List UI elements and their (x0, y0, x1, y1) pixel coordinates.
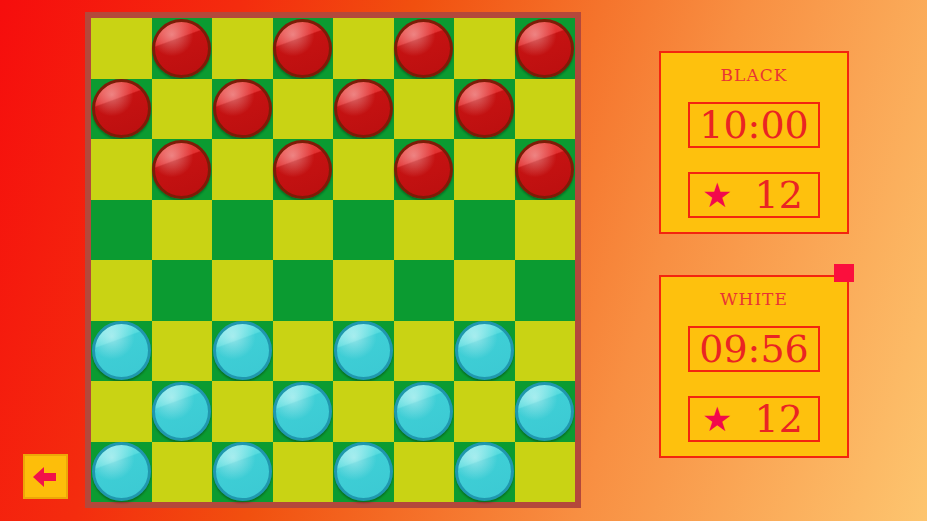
square-e1[interactable] (333, 442, 394, 503)
square-c6[interactable] (212, 139, 273, 200)
checkers-board (85, 12, 581, 508)
white-piece[interactable] (334, 321, 393, 380)
white-piece[interactable] (334, 442, 393, 501)
square-a4[interactable] (91, 260, 152, 321)
square-d3[interactable] (273, 321, 334, 382)
square-h6[interactable] (515, 139, 576, 200)
square-b7[interactable] (152, 79, 213, 140)
square-h7[interactable] (515, 79, 576, 140)
square-d6[interactable] (273, 139, 334, 200)
square-c7[interactable] (212, 79, 273, 140)
square-a6[interactable] (91, 139, 152, 200)
red-piece[interactable] (273, 140, 332, 199)
square-h3[interactable] (515, 321, 576, 382)
square-f6[interactable] (394, 139, 455, 200)
black-clock: 10:00 (688, 102, 820, 148)
white-piece[interactable] (152, 382, 211, 441)
square-g6[interactable] (454, 139, 515, 200)
white-piece[interactable] (455, 321, 514, 380)
square-a3[interactable] (91, 321, 152, 382)
square-e8[interactable] (333, 18, 394, 79)
square-a8[interactable] (91, 18, 152, 79)
square-c5[interactable] (212, 200, 273, 261)
square-c2[interactable] (212, 381, 273, 442)
square-b1[interactable] (152, 442, 213, 503)
black-player-name: BLACK (661, 65, 847, 85)
back-arrow-icon (32, 465, 60, 489)
square-a1[interactable] (91, 442, 152, 503)
square-b5[interactable] (152, 200, 213, 261)
square-g7[interactable] (454, 79, 515, 140)
square-g1[interactable] (454, 442, 515, 503)
square-f1[interactable] (394, 442, 455, 503)
red-piece[interactable] (273, 19, 332, 78)
square-f8[interactable] (394, 18, 455, 79)
black-player-panel: BLACK 10:00 ★ 12 (659, 51, 849, 234)
square-f7[interactable] (394, 79, 455, 140)
white-piece-count: ★ 12 (688, 396, 820, 442)
white-piece[interactable] (213, 321, 272, 380)
square-d4[interactable] (273, 260, 334, 321)
red-piece[interactable] (92, 79, 151, 138)
white-piece[interactable] (394, 382, 453, 441)
red-piece[interactable] (152, 140, 211, 199)
black-piece-count: ★ 12 (688, 172, 820, 218)
turn-indicator (834, 264, 854, 282)
square-e4[interactable] (333, 260, 394, 321)
square-d1[interactable] (273, 442, 334, 503)
red-piece[interactable] (515, 140, 574, 199)
square-h4[interactable] (515, 260, 576, 321)
square-e5[interactable] (333, 200, 394, 261)
square-f5[interactable] (394, 200, 455, 261)
square-c8[interactable] (212, 18, 273, 79)
square-h5[interactable] (515, 200, 576, 261)
star-icon: ★ (702, 178, 732, 212)
square-d7[interactable] (273, 79, 334, 140)
white-player-name: WHITE (661, 289, 847, 309)
square-a7[interactable] (91, 79, 152, 140)
white-piece[interactable] (92, 321, 151, 380)
red-piece[interactable] (455, 79, 514, 138)
square-b4[interactable] (152, 260, 213, 321)
black-piece-count-value: 12 (754, 173, 802, 217)
red-piece[interactable] (394, 140, 453, 199)
square-b8[interactable] (152, 18, 213, 79)
square-b6[interactable] (152, 139, 213, 200)
square-h1[interactable] (515, 442, 576, 503)
square-f3[interactable] (394, 321, 455, 382)
white-player-panel: WHITE 09:56 ★ 12 (659, 275, 849, 458)
white-piece[interactable] (455, 442, 514, 501)
square-d5[interactable] (273, 200, 334, 261)
red-piece[interactable] (334, 79, 393, 138)
square-f4[interactable] (394, 260, 455, 321)
square-g4[interactable] (454, 260, 515, 321)
red-piece[interactable] (213, 79, 272, 138)
square-h8[interactable] (515, 18, 576, 79)
square-e3[interactable] (333, 321, 394, 382)
square-g2[interactable] (454, 381, 515, 442)
square-c3[interactable] (212, 321, 273, 382)
square-e6[interactable] (333, 139, 394, 200)
white-piece[interactable] (273, 382, 332, 441)
square-b3[interactable] (152, 321, 213, 382)
red-piece[interactable] (152, 19, 211, 78)
square-e2[interactable] (333, 381, 394, 442)
square-g8[interactable] (454, 18, 515, 79)
square-h2[interactable] (515, 381, 576, 442)
square-a2[interactable] (91, 381, 152, 442)
square-f2[interactable] (394, 381, 455, 442)
star-icon: ★ (702, 402, 732, 436)
white-piece[interactable] (515, 382, 574, 441)
square-d8[interactable] (273, 18, 334, 79)
square-a5[interactable] (91, 200, 152, 261)
square-c4[interactable] (212, 260, 273, 321)
white-piece[interactable] (92, 442, 151, 501)
white-piece[interactable] (213, 442, 272, 501)
back-button[interactable] (23, 454, 68, 499)
white-piece-count-value: 12 (754, 397, 802, 441)
square-b2[interactable] (152, 381, 213, 442)
square-g5[interactable] (454, 200, 515, 261)
square-d2[interactable] (273, 381, 334, 442)
square-g3[interactable] (454, 321, 515, 382)
white-clock: 09:56 (688, 326, 820, 372)
red-piece[interactable] (515, 19, 574, 78)
square-c1[interactable] (212, 442, 273, 503)
square-e7[interactable] (333, 79, 394, 140)
red-piece[interactable] (394, 19, 453, 78)
